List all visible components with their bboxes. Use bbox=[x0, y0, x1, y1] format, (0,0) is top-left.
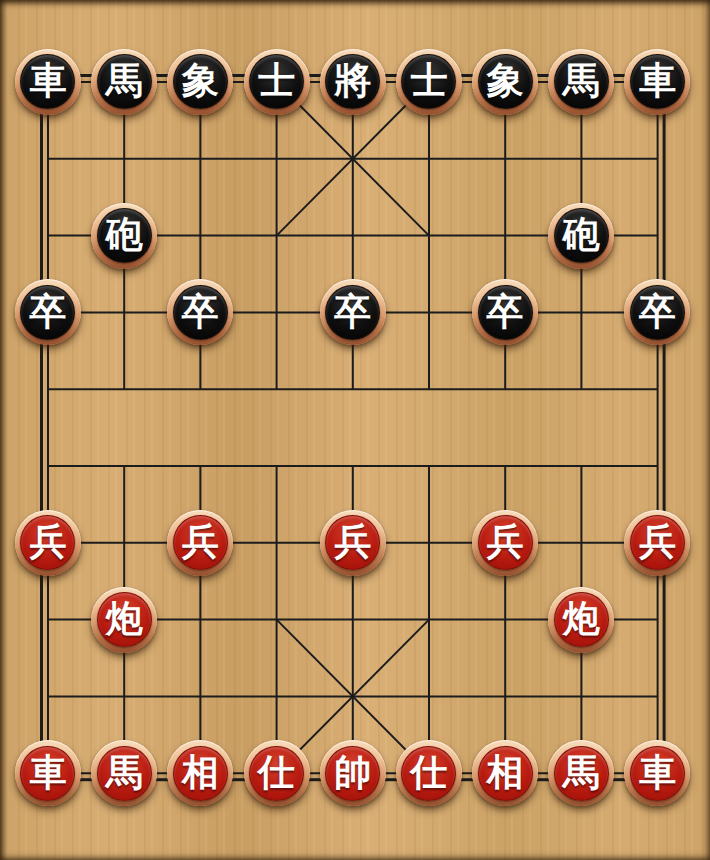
black-advisor[interactable]: 士 bbox=[396, 49, 462, 115]
red-chariot[interactable]: 車 bbox=[624, 740, 690, 806]
piece-glyph: 士 bbox=[410, 62, 447, 99]
piece-face: 炮 bbox=[97, 592, 152, 647]
red-horse[interactable]: 馬 bbox=[548, 740, 614, 806]
piece-glyph: 馬 bbox=[106, 62, 143, 99]
piece-face: 車 bbox=[20, 746, 75, 801]
black-soldier[interactable]: 卒 bbox=[624, 279, 690, 345]
piece-glyph: 卒 bbox=[182, 293, 219, 330]
red-soldier[interactable]: 兵 bbox=[167, 510, 233, 576]
black-general[interactable]: 將 bbox=[320, 49, 386, 115]
piece-glyph: 卒 bbox=[29, 293, 66, 330]
piece-face: 砲 bbox=[554, 208, 609, 263]
piece-glyph: 炮 bbox=[106, 600, 143, 637]
piece-face: 車 bbox=[20, 54, 75, 109]
piece-face: 車 bbox=[630, 746, 685, 801]
piece-glyph: 車 bbox=[29, 754, 66, 791]
piece-face: 相 bbox=[173, 746, 228, 801]
red-general[interactable]: 帥 bbox=[320, 740, 386, 806]
red-advisor[interactable]: 仕 bbox=[244, 740, 310, 806]
piece-face: 將 bbox=[325, 54, 380, 109]
piece-glyph: 仕 bbox=[258, 754, 295, 791]
piece-face: 卒 bbox=[173, 285, 228, 340]
black-soldier[interactable]: 卒 bbox=[15, 279, 81, 345]
black-soldier[interactable]: 卒 bbox=[472, 279, 538, 345]
red-soldier[interactable]: 兵 bbox=[624, 510, 690, 576]
piece-glyph: 馬 bbox=[563, 754, 600, 791]
piece-face: 仕 bbox=[401, 746, 456, 801]
piece-face: 兵 bbox=[325, 515, 380, 570]
piece-face: 卒 bbox=[20, 285, 75, 340]
piece-glyph: 仕 bbox=[410, 754, 447, 791]
piece-face: 相 bbox=[478, 746, 533, 801]
red-soldier[interactable]: 兵 bbox=[320, 510, 386, 576]
piece-glyph: 象 bbox=[487, 62, 524, 99]
red-chariot[interactable]: 車 bbox=[15, 740, 81, 806]
piece-glyph: 帥 bbox=[334, 754, 371, 791]
piece-glyph: 馬 bbox=[106, 754, 143, 791]
piece-face: 象 bbox=[478, 54, 533, 109]
piece-face: 馬 bbox=[554, 54, 609, 109]
piece-glyph: 馬 bbox=[563, 62, 600, 99]
piece-glyph: 將 bbox=[334, 62, 371, 99]
black-soldier[interactable]: 卒 bbox=[320, 279, 386, 345]
black-horse[interactable]: 馬 bbox=[548, 49, 614, 115]
pieces-grid: 車馬象士將士象馬車砲砲卒卒卒卒卒兵兵兵兵兵炮炮車馬相仕帥仕相馬車 bbox=[10, 44, 696, 812]
piece-glyph: 士 bbox=[258, 62, 295, 99]
red-elephant[interactable]: 相 bbox=[167, 740, 233, 806]
piece-face: 兵 bbox=[630, 515, 685, 570]
piece-face: 卒 bbox=[325, 285, 380, 340]
red-cannon[interactable]: 炮 bbox=[91, 587, 157, 653]
piece-glyph: 兵 bbox=[639, 523, 676, 560]
red-elephant[interactable]: 相 bbox=[472, 740, 538, 806]
piece-glyph: 卒 bbox=[334, 293, 371, 330]
red-advisor[interactable]: 仕 bbox=[396, 740, 462, 806]
piece-glyph: 兵 bbox=[29, 523, 66, 560]
piece-face: 馬 bbox=[97, 54, 152, 109]
piece-glyph: 砲 bbox=[563, 216, 600, 253]
piece-glyph: 車 bbox=[639, 754, 676, 791]
piece-face: 士 bbox=[401, 54, 456, 109]
piece-face: 卒 bbox=[630, 285, 685, 340]
xiangqi-board: 車馬象士將士象馬車砲砲卒卒卒卒卒兵兵兵兵兵炮炮車馬相仕帥仕相馬車 bbox=[0, 0, 710, 860]
piece-face: 兵 bbox=[478, 515, 533, 570]
black-horse[interactable]: 馬 bbox=[91, 49, 157, 115]
black-cannon[interactable]: 砲 bbox=[548, 203, 614, 269]
piece-glyph: 相 bbox=[487, 754, 524, 791]
piece-face: 仕 bbox=[249, 746, 304, 801]
black-elephant[interactable]: 象 bbox=[167, 49, 233, 115]
piece-glyph: 車 bbox=[639, 62, 676, 99]
piece-face: 卒 bbox=[478, 285, 533, 340]
piece-glyph: 砲 bbox=[106, 216, 143, 253]
piece-glyph: 車 bbox=[29, 62, 66, 99]
black-chariot[interactable]: 車 bbox=[15, 49, 81, 115]
piece-face: 車 bbox=[630, 54, 685, 109]
black-soldier[interactable]: 卒 bbox=[167, 279, 233, 345]
black-cannon[interactable]: 砲 bbox=[91, 203, 157, 269]
red-cannon[interactable]: 炮 bbox=[548, 587, 614, 653]
piece-glyph: 相 bbox=[182, 754, 219, 791]
piece-face: 士 bbox=[249, 54, 304, 109]
piece-face: 馬 bbox=[97, 746, 152, 801]
red-soldier[interactable]: 兵 bbox=[15, 510, 81, 576]
piece-glyph: 卒 bbox=[639, 293, 676, 330]
black-elephant[interactable]: 象 bbox=[472, 49, 538, 115]
piece-face: 兵 bbox=[173, 515, 228, 570]
red-soldier[interactable]: 兵 bbox=[472, 510, 538, 576]
black-advisor[interactable]: 士 bbox=[244, 49, 310, 115]
piece-face: 帥 bbox=[325, 746, 380, 801]
red-horse[interactable]: 馬 bbox=[91, 740, 157, 806]
piece-face: 兵 bbox=[20, 515, 75, 570]
piece-face: 馬 bbox=[554, 746, 609, 801]
piece-face: 砲 bbox=[97, 208, 152, 263]
piece-glyph: 兵 bbox=[182, 523, 219, 560]
piece-glyph: 卒 bbox=[487, 293, 524, 330]
piece-glyph: 炮 bbox=[563, 600, 600, 637]
black-chariot[interactable]: 車 bbox=[624, 49, 690, 115]
piece-glyph: 兵 bbox=[487, 523, 524, 560]
piece-face: 象 bbox=[173, 54, 228, 109]
piece-face: 炮 bbox=[554, 592, 609, 647]
piece-glyph: 兵 bbox=[334, 523, 371, 560]
piece-glyph: 象 bbox=[182, 62, 219, 99]
